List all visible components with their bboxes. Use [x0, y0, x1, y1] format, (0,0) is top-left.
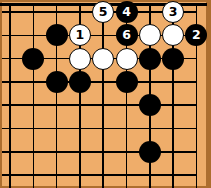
- stone-white-move-1-c4r2: 1: [69, 24, 91, 46]
- stone-black-c7r3: [139, 48, 161, 70]
- board-frame-left: [0, 0, 2, 188]
- stone-white-c4r3: [69, 48, 91, 70]
- stone-black-c8r3: [162, 48, 184, 70]
- stone-white-move-5-c5r1: 5: [92, 1, 114, 23]
- stone-black-move-6-c6r2: 6: [116, 24, 138, 46]
- grid-line-vertical-2: [33, 4, 35, 188]
- grid-line-horizontal-7: [2, 151, 197, 153]
- stone-black-c7r7: [139, 141, 161, 163]
- go-board: 543162: [0, 0, 211, 188]
- stone-black-c3r2: [46, 24, 68, 46]
- stone-black-c3r4: [46, 71, 68, 93]
- stone-white-c5r3: [92, 48, 114, 70]
- stone-white-c6r3: [116, 48, 138, 70]
- stone-black-move-2-c9r2: 2: [185, 24, 207, 46]
- grid-line-vertical-5: [102, 4, 104, 188]
- stone-black-move-4-c6r1: 4: [116, 1, 138, 23]
- stone-black-c2r3: [22, 48, 44, 70]
- stone-black-c7r5: [139, 94, 161, 116]
- grid-line-horizontal-4: [2, 81, 197, 83]
- grid-line-horizontal-5: [2, 104, 197, 106]
- stone-white-c7r2: [139, 24, 161, 46]
- board-frame-right: [206, 0, 211, 188]
- stone-black-c4r4: [69, 71, 91, 93]
- grid-line-horizontal-6: [2, 128, 197, 130]
- grid-line-vertical-1: [9, 4, 11, 188]
- grid-line-horizontal-8: [2, 174, 197, 176]
- stone-white-move-3-c8r1: 3: [162, 1, 184, 23]
- stone-white-c8r2: [162, 24, 184, 46]
- stone-black-c6r4: [116, 71, 138, 93]
